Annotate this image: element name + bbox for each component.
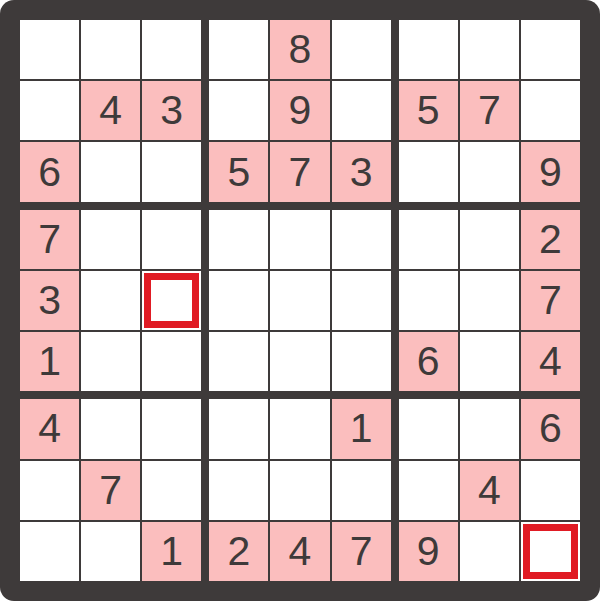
cell-r2c9[interactable] [521,81,580,140]
cell-r5c9[interactable]: 7 [521,271,580,330]
cell-digit: 1 [38,341,61,382]
cell-r7c8[interactable] [460,399,519,458]
cell-r3c6[interactable]: 3 [332,142,391,201]
cell-r7c6[interactable]: 1 [332,399,391,458]
box-r2c1: 731 [20,210,201,392]
cell-r1c5[interactable]: 8 [270,20,329,79]
cell-digit: 2 [539,219,562,260]
cell-r1c2[interactable] [81,20,140,79]
cell-r2c6[interactable] [332,81,391,140]
cell-r6c1[interactable]: 1 [20,332,79,391]
cell-r2c4[interactable] [209,81,268,140]
cell-digit: 4 [38,408,61,449]
cell-r9c8[interactable] [460,522,519,581]
cell-r5c1[interactable]: 3 [20,271,79,330]
cell-r3c5[interactable]: 7 [270,142,329,201]
cell-digit: 3 [38,280,61,321]
cell-r8c7[interactable] [399,461,458,520]
cell-r8c4[interactable] [209,461,268,520]
cell-r9c2[interactable] [81,522,140,581]
cell-digit: 7 [539,280,562,321]
cell-r1c6[interactable] [332,20,391,79]
selected-cell-marker [523,524,578,579]
cell-r8c9[interactable] [521,461,580,520]
cell-r8c5[interactable] [270,461,329,520]
cell-r4c5[interactable] [270,210,329,269]
cell-r7c7[interactable] [399,399,458,458]
cell-digit: 6 [417,341,440,382]
box-r1c3: 579 [399,20,580,202]
cell-digit: 4 [99,90,122,131]
cell-digit: 8 [289,29,312,70]
cell-r1c9[interactable] [521,20,580,79]
cell-r4c9[interactable]: 2 [521,210,580,269]
cell-r6c9[interactable]: 4 [521,332,580,391]
cell-r8c2[interactable]: 7 [81,461,140,520]
box-r3c3: 649 [399,399,580,581]
cell-r9c5[interactable]: 4 [270,522,329,581]
cell-r6c3[interactable] [142,332,201,391]
cell-digit: 9 [289,90,312,131]
cell-r1c7[interactable] [399,20,458,79]
cell-r7c4[interactable] [209,399,268,458]
cell-r9c3[interactable]: 1 [142,522,201,581]
cell-digit: 9 [539,152,562,193]
cell-r3c2[interactable] [81,142,140,201]
cell-digit: 5 [417,90,440,131]
cell-r7c1[interactable]: 4 [20,399,79,458]
cell-r2c7[interactable]: 5 [399,81,458,140]
cell-r6c5[interactable] [270,332,329,391]
cell-r9c4[interactable]: 2 [209,522,268,581]
cell-digit: 2 [227,531,250,572]
cell-r7c9[interactable]: 6 [521,399,580,458]
cell-r3c9[interactable]: 9 [521,142,580,201]
cell-r1c4[interactable] [209,20,268,79]
cell-r8c6[interactable] [332,461,391,520]
cell-r4c3[interactable] [142,210,201,269]
cell-digit: 7 [38,219,61,260]
cell-r6c2[interactable] [81,332,140,391]
cell-digit: 1 [160,531,183,572]
cell-r2c5[interactable]: 9 [270,81,329,140]
cell-r2c2[interactable]: 4 [81,81,140,140]
cell-r8c3[interactable] [142,461,201,520]
cell-digit: 3 [160,90,183,131]
cell-digit: 7 [289,152,312,193]
cell-r7c3[interactable] [142,399,201,458]
cell-digit: 7 [478,90,501,131]
cell-digit: 7 [99,470,122,511]
cell-r3c8[interactable] [460,142,519,201]
cell-r6c6[interactable] [332,332,391,391]
cell-r5c5[interactable] [270,271,329,330]
cell-digit: 4 [289,531,312,572]
cell-r4c8[interactable] [460,210,519,269]
cell-r4c6[interactable] [332,210,391,269]
cell-r6c8[interactable] [460,332,519,391]
cell-r5c7[interactable] [399,271,458,330]
box-r2c2 [209,210,390,392]
cell-r1c3[interactable] [142,20,201,79]
cell-r8c1[interactable] [20,461,79,520]
cell-r9c1[interactable] [20,522,79,581]
cell-r6c4[interactable] [209,332,268,391]
cell-r5c8[interactable] [460,271,519,330]
cell-r5c6[interactable] [332,271,391,330]
cell-r7c5[interactable] [270,399,329,458]
cell-digit: 6 [539,408,562,449]
cell-r5c3[interactable] [142,271,201,330]
cell-r4c2[interactable] [81,210,140,269]
cell-r9c7[interactable]: 9 [399,522,458,581]
box-r1c2: 89573 [209,20,390,202]
cell-digit: 7 [350,531,373,572]
cell-r2c1[interactable] [20,81,79,140]
box-r3c2: 1247 [209,399,390,581]
cell-r4c4[interactable] [209,210,268,269]
cell-r3c1[interactable]: 6 [20,142,79,201]
cell-r3c4[interactable]: 5 [209,142,268,201]
cell-digit: 6 [38,152,61,193]
cell-r5c2[interactable] [81,271,140,330]
cell-r4c7[interactable] [399,210,458,269]
cell-r9c9[interactable] [521,522,580,581]
cell-r1c1[interactable] [20,20,79,79]
box-r2c3: 2764 [399,210,580,392]
cell-digit: 9 [417,531,440,572]
cell-digit: 1 [350,408,373,449]
cell-digit: 4 [539,341,562,382]
cell-r7c2[interactable] [81,399,140,458]
cell-r3c7[interactable] [399,142,458,201]
cell-r1c8[interactable] [460,20,519,79]
cell-r3c3[interactable] [142,142,201,201]
box-r1c1: 436 [20,20,201,202]
selected-cell-marker [144,273,199,328]
box-r3c1: 471 [20,399,201,581]
cell-r9c6[interactable]: 7 [332,522,391,581]
sudoku-grid: 4368957357973127644711247649 [20,20,580,581]
cell-r5c4[interactable] [209,271,268,330]
cell-r4c1[interactable]: 7 [20,210,79,269]
cell-r2c3[interactable]: 3 [142,81,201,140]
cell-digit: 4 [478,470,501,511]
cell-r2c8[interactable]: 7 [460,81,519,140]
cell-r6c7[interactable]: 6 [399,332,458,391]
cell-digit: 5 [227,152,250,193]
sudoku-board: 4368957357973127644711247649 [0,0,600,601]
cell-digit: 3 [350,152,373,193]
cell-r8c8[interactable]: 4 [460,461,519,520]
